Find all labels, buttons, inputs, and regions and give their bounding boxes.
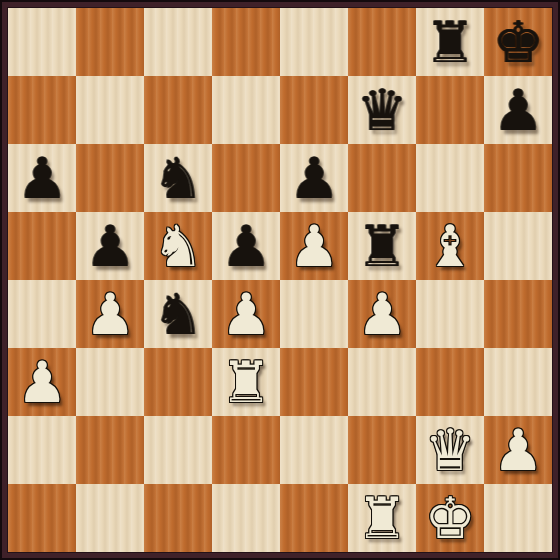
square-g8[interactable]: ♜ bbox=[416, 8, 484, 76]
square-g7[interactable] bbox=[416, 76, 484, 144]
piece-white-knight: ♞ bbox=[144, 212, 212, 280]
piece-white-king: ♚ bbox=[416, 484, 484, 552]
piece-white-pawn: ♟ bbox=[212, 280, 280, 348]
square-d4[interactable]: ♟ bbox=[212, 280, 280, 348]
square-b3[interactable] bbox=[76, 348, 144, 416]
square-a2[interactable] bbox=[8, 416, 76, 484]
square-e3[interactable] bbox=[280, 348, 348, 416]
square-d6[interactable] bbox=[212, 144, 280, 212]
square-c8[interactable] bbox=[144, 8, 212, 76]
chess-diagram: ♜♚♛♟♟♞♟♟♞♟♟♜♝♟♞♟♟♟♜♛♟♜♚ bbox=[0, 0, 560, 560]
square-c5[interactable]: ♞ bbox=[144, 212, 212, 280]
piece-white-pawn: ♟ bbox=[348, 280, 416, 348]
square-b5[interactable]: ♟ bbox=[76, 212, 144, 280]
square-e4[interactable] bbox=[280, 280, 348, 348]
piece-black-rook: ♜ bbox=[416, 8, 484, 76]
square-e7[interactable] bbox=[280, 76, 348, 144]
piece-black-pawn: ♟ bbox=[76, 212, 144, 280]
square-f1[interactable]: ♜ bbox=[348, 484, 416, 552]
square-g3[interactable] bbox=[416, 348, 484, 416]
square-e2[interactable] bbox=[280, 416, 348, 484]
square-c3[interactable] bbox=[144, 348, 212, 416]
square-e1[interactable] bbox=[280, 484, 348, 552]
piece-white-pawn: ♟ bbox=[280, 212, 348, 280]
square-d2[interactable] bbox=[212, 416, 280, 484]
square-f4[interactable]: ♟ bbox=[348, 280, 416, 348]
square-g2[interactable]: ♛ bbox=[416, 416, 484, 484]
square-c7[interactable] bbox=[144, 76, 212, 144]
square-f8[interactable] bbox=[348, 8, 416, 76]
square-b6[interactable] bbox=[76, 144, 144, 212]
square-b8[interactable] bbox=[76, 8, 144, 76]
square-d3[interactable]: ♜ bbox=[212, 348, 280, 416]
piece-black-knight: ♞ bbox=[144, 144, 212, 212]
piece-black-rook: ♜ bbox=[348, 212, 416, 280]
board-frame: ♜♚♛♟♟♞♟♟♞♟♟♜♝♟♞♟♟♟♜♛♟♜♚ bbox=[0, 0, 560, 560]
square-c2[interactable] bbox=[144, 416, 212, 484]
piece-black-king: ♚ bbox=[484, 8, 552, 76]
square-d7[interactable] bbox=[212, 76, 280, 144]
square-g4[interactable] bbox=[416, 280, 484, 348]
piece-black-knight: ♞ bbox=[144, 280, 212, 348]
square-a1[interactable] bbox=[8, 484, 76, 552]
piece-black-pawn: ♟ bbox=[484, 76, 552, 144]
square-e8[interactable] bbox=[280, 8, 348, 76]
chess-board: ♜♚♛♟♟♞♟♟♞♟♟♜♝♟♞♟♟♟♜♛♟♜♚ bbox=[7, 7, 553, 553]
square-b4[interactable]: ♟ bbox=[76, 280, 144, 348]
piece-black-queen: ♛ bbox=[348, 76, 416, 144]
square-c4[interactable]: ♞ bbox=[144, 280, 212, 348]
square-g6[interactable] bbox=[416, 144, 484, 212]
square-b1[interactable] bbox=[76, 484, 144, 552]
square-a8[interactable] bbox=[8, 8, 76, 76]
square-h3[interactable] bbox=[484, 348, 552, 416]
square-d1[interactable] bbox=[212, 484, 280, 552]
piece-black-pawn: ♟ bbox=[212, 212, 280, 280]
square-d5[interactable]: ♟ bbox=[212, 212, 280, 280]
square-a7[interactable] bbox=[8, 76, 76, 144]
square-h1[interactable] bbox=[484, 484, 552, 552]
piece-white-rook: ♜ bbox=[348, 484, 416, 552]
square-f6[interactable] bbox=[348, 144, 416, 212]
square-c6[interactable]: ♞ bbox=[144, 144, 212, 212]
square-a6[interactable]: ♟ bbox=[8, 144, 76, 212]
square-h2[interactable]: ♟ bbox=[484, 416, 552, 484]
square-d8[interactable] bbox=[212, 8, 280, 76]
piece-white-pawn: ♟ bbox=[8, 348, 76, 416]
square-e6[interactable]: ♟ bbox=[280, 144, 348, 212]
square-b7[interactable] bbox=[76, 76, 144, 144]
piece-black-pawn: ♟ bbox=[8, 144, 76, 212]
square-h7[interactable]: ♟ bbox=[484, 76, 552, 144]
square-a3[interactable]: ♟ bbox=[8, 348, 76, 416]
piece-white-bishop: ♝ bbox=[416, 212, 484, 280]
square-a4[interactable] bbox=[8, 280, 76, 348]
square-h6[interactable] bbox=[484, 144, 552, 212]
square-h5[interactable] bbox=[484, 212, 552, 280]
piece-white-pawn: ♟ bbox=[484, 416, 552, 484]
square-h4[interactable] bbox=[484, 280, 552, 348]
square-f2[interactable] bbox=[348, 416, 416, 484]
square-f5[interactable]: ♜ bbox=[348, 212, 416, 280]
square-f7[interactable]: ♛ bbox=[348, 76, 416, 144]
square-g5[interactable]: ♝ bbox=[416, 212, 484, 280]
square-g1[interactable]: ♚ bbox=[416, 484, 484, 552]
square-e5[interactable]: ♟ bbox=[280, 212, 348, 280]
piece-white-pawn: ♟ bbox=[76, 280, 144, 348]
piece-white-rook: ♜ bbox=[212, 348, 280, 416]
square-c1[interactable] bbox=[144, 484, 212, 552]
square-f3[interactable] bbox=[348, 348, 416, 416]
square-h8[interactable]: ♚ bbox=[484, 8, 552, 76]
piece-white-queen: ♛ bbox=[416, 416, 484, 484]
piece-black-pawn: ♟ bbox=[280, 144, 348, 212]
square-b2[interactable] bbox=[76, 416, 144, 484]
square-a5[interactable] bbox=[8, 212, 76, 280]
